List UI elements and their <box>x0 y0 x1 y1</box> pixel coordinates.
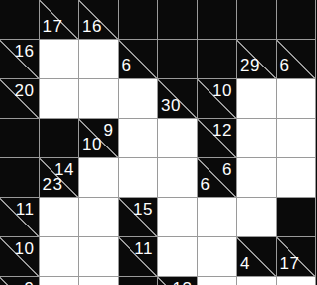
clue-cell-r2c5: 10 <box>198 79 238 119</box>
across-clue: 11 <box>16 201 35 218</box>
down-clue: 23 <box>43 176 63 193</box>
entry-cell-r6c1[interactable] <box>40 237 80 277</box>
block-cell-r3c0 <box>0 119 40 159</box>
clue-cell-r1c0: 16 <box>0 40 40 80</box>
entry-cell-r5c6[interactable] <box>237 198 277 238</box>
entry-cell-r7c6[interactable] <box>237 277 277 285</box>
clue-cell-r7c4: 13 <box>158 277 198 285</box>
entry-cell-r2c7[interactable] <box>277 79 317 119</box>
down-clue: 16 <box>82 18 102 35</box>
clue-cell-r3c2: 910 <box>79 119 119 159</box>
down-clue: 30 <box>161 97 181 114</box>
block-cell-r0c7 <box>277 0 317 40</box>
entry-cell-r2c1[interactable] <box>40 79 80 119</box>
across-clue: 11 <box>134 240 153 257</box>
down-clue: 17 <box>280 255 300 272</box>
clue-cell-r5c0: 11 <box>0 198 40 238</box>
entry-cell-r7c1[interactable] <box>40 277 80 285</box>
down-clue: 6 <box>201 176 211 193</box>
clue-cell-r6c3: 11 <box>119 237 159 277</box>
down-clue: 6 <box>122 57 132 74</box>
entry-cell-r4c4[interactable] <box>158 158 198 198</box>
entry-cell-r7c5[interactable] <box>198 277 238 285</box>
entry-cell-r1c1[interactable] <box>40 40 80 80</box>
entry-cell-r5c1[interactable] <box>40 198 80 238</box>
entry-cell-r6c5[interactable] <box>198 237 238 277</box>
entry-cell-r3c3[interactable] <box>119 119 159 159</box>
clue-cell-r4c1: 1423 <box>40 158 80 198</box>
clue-cell-r1c7: 6 <box>277 40 317 80</box>
clue-cell-r6c7: 17 <box>277 237 317 277</box>
entry-cell-r4c7[interactable] <box>277 158 317 198</box>
clue-cell-r2c4: 30 <box>158 79 198 119</box>
entry-cell-r5c4[interactable] <box>158 198 198 238</box>
clue-cell-r0c1: 17 <box>40 0 80 40</box>
across-clue: 12 <box>212 122 232 139</box>
block-cell-r0c6 <box>237 0 277 40</box>
entry-cell-r6c4[interactable] <box>158 237 198 277</box>
entry-cell-r4c2[interactable] <box>79 158 119 198</box>
across-clue: 9 <box>104 122 114 139</box>
entry-cell-r7c7[interactable] <box>277 277 317 285</box>
block-cell-r0c4 <box>158 0 198 40</box>
block-cell-r0c5 <box>198 0 238 40</box>
clue-cell-r0c2: 16 <box>79 0 119 40</box>
down-clue: 17 <box>43 18 63 35</box>
clue-cell-r6c0: 10 <box>0 237 40 277</box>
across-clue: 10 <box>15 240 35 257</box>
down-clue: 29 <box>240 57 260 74</box>
across-clue: 13 <box>173 280 193 285</box>
block-cell-r3c1 <box>40 119 80 159</box>
entry-cell-r6c2[interactable] <box>79 237 119 277</box>
entry-cell-r2c6[interactable] <box>237 79 277 119</box>
across-clue: 20 <box>15 82 35 99</box>
block-cell-r7c3 <box>119 277 159 285</box>
across-clue: 10 <box>212 82 232 99</box>
down-clue: 6 <box>280 57 290 74</box>
block-cell-r0c3 <box>119 0 159 40</box>
clue-cell-r2c0: 20 <box>0 79 40 119</box>
clue-cell-r5c3: 15 <box>119 198 159 238</box>
entry-cell-r7c2[interactable] <box>79 277 119 285</box>
across-clue: 16 <box>15 43 35 60</box>
block-cell-r5c7 <box>277 198 317 238</box>
entry-cell-r4c3[interactable] <box>119 158 159 198</box>
across-clue: 15 <box>133 201 153 218</box>
entry-cell-r2c2[interactable] <box>79 79 119 119</box>
entry-cell-r3c7[interactable] <box>277 119 317 159</box>
clue-cell-r4c5: 66 <box>198 158 238 198</box>
clue-cell-r3c5: 12 <box>198 119 238 159</box>
block-cell-r4c0 <box>0 158 40 198</box>
down-clue: 4 <box>240 255 250 272</box>
entry-cell-r4c6[interactable] <box>237 158 277 198</box>
down-clue: 10 <box>82 136 102 153</box>
entry-cell-r5c5[interactable] <box>198 198 238 238</box>
entry-cell-r5c2[interactable] <box>79 198 119 238</box>
entry-cell-r3c4[interactable] <box>158 119 198 159</box>
block-cell-r1c5 <box>198 40 238 80</box>
across-clue: 9 <box>25 280 35 285</box>
entry-cell-r1c2[interactable] <box>79 40 119 80</box>
block-cell-r0c0 <box>0 0 40 40</box>
clue-cell-r1c3: 6 <box>119 40 159 80</box>
entry-cell-r3c6[interactable] <box>237 119 277 159</box>
block-cell-r1c4 <box>158 40 198 80</box>
across-clue: 6 <box>222 161 232 178</box>
kakuro-board: 1716166296203010910121423661115101141791… <box>0 0 316 285</box>
clue-cell-r6c6: 4 <box>237 237 277 277</box>
entry-cell-r2c3[interactable] <box>119 79 159 119</box>
clue-cell-r1c6: 29 <box>237 40 277 80</box>
clue-cell-r7c0: 9 <box>0 277 40 285</box>
